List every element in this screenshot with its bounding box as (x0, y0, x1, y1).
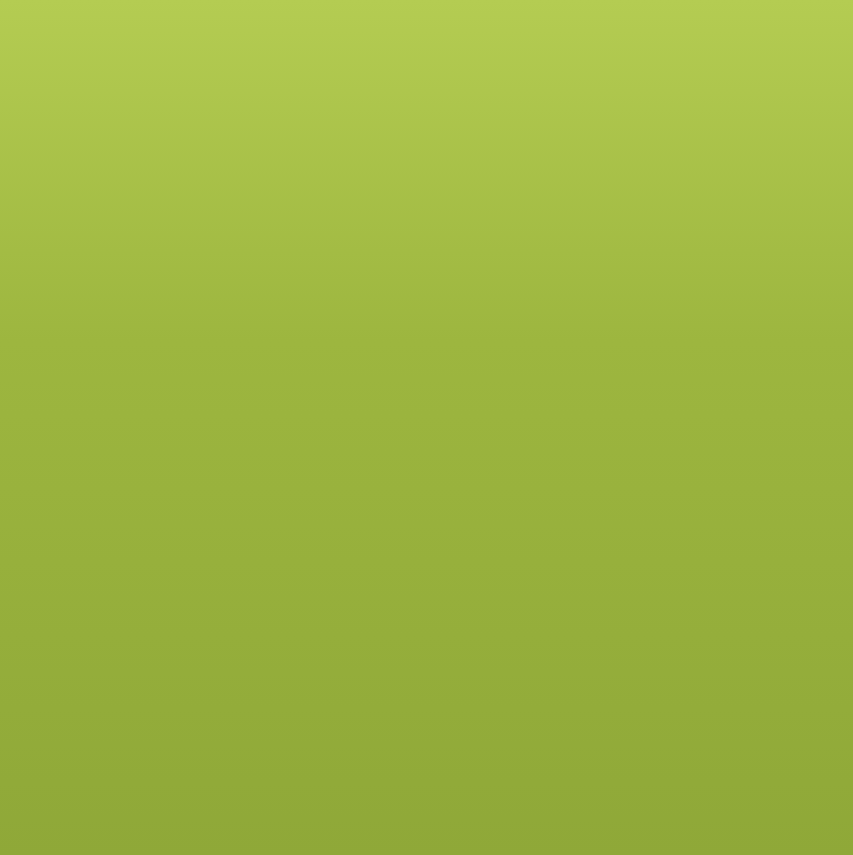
chess-board (2, 5, 849, 849)
